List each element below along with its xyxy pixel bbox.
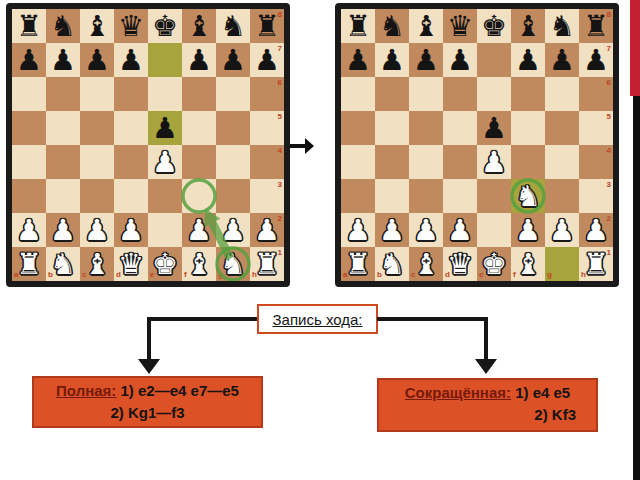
- square-c2[interactable]: ♟: [80, 213, 114, 247]
- move-notation-label: Запись хода:: [273, 311, 363, 328]
- short-notation-moves1: 1) e4 e5: [515, 384, 570, 401]
- square-h4[interactable]: 4: [250, 145, 284, 179]
- square-h1[interactable]: ♜1h: [250, 247, 284, 281]
- black-pawn: ♟: [345, 43, 371, 77]
- square-c8[interactable]: ♝: [80, 9, 114, 43]
- square-g8[interactable]: ♞: [545, 9, 579, 43]
- rank-label-4: 4: [607, 147, 611, 155]
- square-a7[interactable]: ♟: [341, 43, 375, 77]
- rank-label-8: 8: [607, 11, 611, 19]
- rank-label-5: 5: [278, 113, 282, 121]
- square-e4[interactable]: ♟: [148, 145, 182, 179]
- white-pawn: ♟: [345, 213, 371, 247]
- square-d8[interactable]: ♛: [443, 9, 477, 43]
- square-h7[interactable]: ♟7: [250, 43, 284, 77]
- square-f6[interactable]: [182, 77, 216, 111]
- white-bishop: ♝: [84, 247, 110, 281]
- square-g7[interactable]: ♟: [545, 43, 579, 77]
- file-label-e: e: [479, 271, 483, 279]
- square-h8[interactable]: ♜8: [250, 9, 284, 43]
- white-rook: ♜: [16, 247, 42, 281]
- square-b1[interactable]: ♞b: [375, 247, 409, 281]
- square-g3[interactable]: [216, 179, 250, 213]
- square-a3[interactable]: [341, 179, 375, 213]
- square-f8[interactable]: ♝: [511, 9, 545, 43]
- black-bishop: ♝: [515, 9, 541, 43]
- square-b4[interactable]: [375, 145, 409, 179]
- square-g5[interactable]: [216, 111, 250, 145]
- black-rook: ♜: [254, 9, 280, 43]
- black-bishop: ♝: [413, 9, 439, 43]
- file-label-b: b: [377, 271, 382, 279]
- square-e3[interactable]: [148, 179, 182, 213]
- square-a7[interactable]: ♟: [12, 43, 46, 77]
- square-d6[interactable]: [114, 77, 148, 111]
- white-king: ♚: [481, 247, 507, 281]
- square-d5[interactable]: [443, 111, 477, 145]
- black-knight: ♞: [50, 9, 76, 43]
- white-knight: ♞: [379, 247, 405, 281]
- square-c6[interactable]: [409, 77, 443, 111]
- file-label-b: b: [48, 271, 53, 279]
- short-notation-title: Сокращённая:: [405, 384, 511, 401]
- black-king: ♚: [152, 9, 178, 43]
- square-d1[interactable]: ♛d: [114, 247, 148, 281]
- rank-label-1: 1: [607, 249, 611, 257]
- square-h5[interactable]: 5: [250, 111, 284, 145]
- white-queen: ♛: [118, 247, 144, 281]
- square-d5[interactable]: [114, 111, 148, 145]
- square-d6[interactable]: [443, 77, 477, 111]
- square-b3[interactable]: [375, 179, 409, 213]
- square-h1[interactable]: ♜1h: [579, 247, 613, 281]
- black-pawn: ♟: [254, 43, 280, 77]
- file-label-c: c: [82, 271, 86, 279]
- white-pawn: ♟: [220, 213, 246, 247]
- black-knight: ♞: [379, 9, 405, 43]
- black-pawn: ♟: [583, 43, 609, 77]
- square-b5[interactable]: [375, 111, 409, 145]
- square-f7[interactable]: ♟: [511, 43, 545, 77]
- square-a4[interactable]: [12, 145, 46, 179]
- square-e5[interactable]: ♟: [477, 111, 511, 145]
- square-f3[interactable]: ♞: [511, 179, 545, 213]
- white-rook: ♜: [345, 247, 371, 281]
- square-a2[interactable]: ♟: [341, 213, 375, 247]
- square-d4[interactable]: [114, 145, 148, 179]
- square-g8[interactable]: ♞: [216, 9, 250, 43]
- square-f5[interactable]: [511, 111, 545, 145]
- square-g6[interactable]: [545, 77, 579, 111]
- white-pawn: ♟: [549, 213, 575, 247]
- square-a6[interactable]: [12, 77, 46, 111]
- rank-label-3: 3: [607, 181, 611, 189]
- square-e2[interactable]: [477, 213, 511, 247]
- white-rook: ♜: [254, 247, 280, 281]
- black-pawn: ♟: [16, 43, 42, 77]
- square-c3[interactable]: [409, 179, 443, 213]
- rank-label-6: 6: [607, 79, 611, 87]
- file-label-d: d: [445, 271, 450, 279]
- black-pawn: ♟: [186, 43, 212, 77]
- black-knight: ♞: [549, 9, 575, 43]
- square-c1[interactable]: ♝c: [409, 247, 443, 281]
- square-d7[interactable]: ♟: [114, 43, 148, 77]
- square-e3[interactable]: [477, 179, 511, 213]
- black-knight: ♞: [220, 9, 246, 43]
- square-b6[interactable]: [375, 77, 409, 111]
- black-bishop: ♝: [186, 9, 212, 43]
- square-c5[interactable]: [409, 111, 443, 145]
- square-h3[interactable]: 3: [579, 179, 613, 213]
- square-e6[interactable]: [477, 77, 511, 111]
- file-label-c: c: [411, 271, 415, 279]
- square-g5[interactable]: [545, 111, 579, 145]
- white-bishop: ♝: [186, 247, 212, 281]
- file-label-e: e: [150, 271, 154, 279]
- square-f1[interactable]: ♝f: [511, 247, 545, 281]
- black-pawn: ♟: [152, 111, 178, 145]
- square-d7[interactable]: ♟: [443, 43, 477, 77]
- white-pawn: ♟: [186, 213, 212, 247]
- black-pawn: ♟: [515, 43, 541, 77]
- rank-label-2: 2: [607, 215, 611, 223]
- rank-label-7: 7: [607, 45, 611, 53]
- black-pawn: ♟: [413, 43, 439, 77]
- square-c7[interactable]: ♟: [409, 43, 443, 77]
- short-notation-line1: Сокращённая: 1) e4 e5: [383, 382, 592, 404]
- red-edge-bar: [630, 0, 640, 96]
- connector-left-arrowhead-icon: [138, 359, 160, 374]
- white-bishop: ♝: [515, 247, 541, 281]
- square-a3[interactable]: [12, 179, 46, 213]
- file-label-f: f: [184, 271, 187, 279]
- square-b1[interactable]: ♞b: [46, 247, 80, 281]
- slide-chess-notation: ♜♞♝♛♚♝♞♜8♟♟♟♟♟♟♟76♟5♟43♟♟♟♟♟♟♟2♜a♞b♝c♛d♚…: [0, 0, 640, 480]
- short-notation-line2: 2) Kf3: [383, 404, 592, 426]
- rank-label-4: 4: [278, 147, 282, 155]
- square-g4[interactable]: [545, 145, 579, 179]
- square-f3[interactable]: [182, 179, 216, 213]
- square-c4[interactable]: [409, 145, 443, 179]
- square-b4[interactable]: [46, 145, 80, 179]
- file-label-a: a: [14, 271, 18, 279]
- square-b8[interactable]: ♞: [46, 9, 80, 43]
- square-f2[interactable]: ♟: [182, 213, 216, 247]
- full-notation-title: Полная:: [56, 382, 116, 399]
- full-notation-line1: Полная: 1) e2—e4 e7—e5: [38, 380, 257, 402]
- square-f6[interactable]: [511, 77, 545, 111]
- connector-right-horizontal: [377, 317, 487, 321]
- black-edge-bar: [633, 96, 640, 480]
- white-pawn: ♟: [16, 213, 42, 247]
- white-pawn: ♟: [481, 145, 507, 179]
- white-pawn: ♟: [413, 213, 439, 247]
- square-h3[interactable]: 3: [250, 179, 284, 213]
- black-pawn: ♟: [379, 43, 405, 77]
- file-label-h: h: [581, 271, 586, 279]
- square-b7[interactable]: ♟: [375, 43, 409, 77]
- black-queen: ♛: [447, 9, 473, 43]
- square-b5[interactable]: [46, 111, 80, 145]
- square-g3[interactable]: [545, 179, 579, 213]
- square-h2[interactable]: ♟2: [579, 213, 613, 247]
- square-g4[interactable]: [216, 145, 250, 179]
- square-c4[interactable]: [80, 145, 114, 179]
- square-f5[interactable]: [182, 111, 216, 145]
- full-notation-box: Полная: 1) e2—e4 e7—e5 2) Kg1—f3: [32, 376, 263, 428]
- black-queen: ♛: [118, 9, 144, 43]
- board-grid: ♜♞♝♛♚♝♞♜8♟♟♟♟♟♟♟76♟5♟43♟♟♟♟♟♟♟2♜a♞b♝c♛d♚…: [12, 9, 284, 281]
- rank-label-1: 1: [278, 249, 282, 257]
- square-e8[interactable]: ♚: [148, 9, 182, 43]
- rank-label-3: 3: [278, 181, 282, 189]
- black-rook: ♜: [345, 9, 371, 43]
- right-chessboard: ♜♞♝♛♚♝♞♜8♟♟♟♟♟♟♟76♟5♟4♞3♟♟♟♟♟♟♟2♜a♞b♝c♛d…: [335, 3, 619, 287]
- rank-label-2: 2: [278, 215, 282, 223]
- white-pawn: ♟: [583, 213, 609, 247]
- square-f7[interactable]: ♟: [182, 43, 216, 77]
- square-h4[interactable]: 4: [579, 145, 613, 179]
- square-a4[interactable]: [341, 145, 375, 179]
- square-d2[interactable]: ♟: [114, 213, 148, 247]
- short-notation-box: Сокращённая: 1) e4 e5 2) Kf3: [377, 378, 598, 432]
- file-label-d: d: [116, 271, 121, 279]
- square-c3[interactable]: [80, 179, 114, 213]
- square-a8[interactable]: ♜: [341, 9, 375, 43]
- square-d3[interactable]: [114, 179, 148, 213]
- square-c2[interactable]: ♟: [409, 213, 443, 247]
- board-grid: ♜♞♝♛♚♝♞♜8♟♟♟♟♟♟♟76♟5♟4♞3♟♟♟♟♟♟♟2♜a♞b♝c♛d…: [341, 9, 613, 281]
- square-c6[interactable]: [80, 77, 114, 111]
- black-king: ♚: [481, 9, 507, 43]
- file-label-a: a: [343, 271, 347, 279]
- square-d1[interactable]: ♛d: [443, 247, 477, 281]
- square-f1[interactable]: ♝f: [182, 247, 216, 281]
- connector-right-vertical: [484, 317, 488, 360]
- square-f4[interactable]: [182, 145, 216, 179]
- square-e4[interactable]: ♟: [477, 145, 511, 179]
- black-pawn: ♟: [50, 43, 76, 77]
- square-e7[interactable]: [148, 43, 182, 77]
- square-b3[interactable]: [46, 179, 80, 213]
- square-g6[interactable]: [216, 77, 250, 111]
- full-notation-moves1: 1) e2—e4 e7—e5: [121, 382, 239, 399]
- square-h2[interactable]: ♟2: [250, 213, 284, 247]
- white-queen: ♛: [447, 247, 473, 281]
- white-pawn: ♟: [84, 213, 110, 247]
- square-b7[interactable]: ♟: [46, 43, 80, 77]
- square-g2[interactable]: ♟: [545, 213, 579, 247]
- file-label-h: h: [252, 271, 257, 279]
- black-rook: ♜: [16, 9, 42, 43]
- square-h8[interactable]: ♜8: [579, 9, 613, 43]
- black-pawn: ♟: [118, 43, 144, 77]
- square-h6[interactable]: 6: [579, 77, 613, 111]
- white-knight: ♞: [220, 247, 246, 281]
- black-pawn: ♟: [549, 43, 575, 77]
- square-h5[interactable]: 5: [579, 111, 613, 145]
- white-pawn: ♟: [152, 145, 178, 179]
- square-e1[interactable]: ♚e: [477, 247, 511, 281]
- square-e2[interactable]: [148, 213, 182, 247]
- square-d4[interactable]: [443, 145, 477, 179]
- square-a1[interactable]: ♜a: [341, 247, 375, 281]
- connector-right-arrowhead-icon: [475, 359, 497, 374]
- square-h7[interactable]: ♟7: [579, 43, 613, 77]
- rank-label-5: 5: [607, 113, 611, 121]
- square-d2[interactable]: ♟: [443, 213, 477, 247]
- move-notation-label-box: Запись хода:: [257, 304, 378, 334]
- square-e7[interactable]: [477, 43, 511, 77]
- square-f2[interactable]: ♟: [511, 213, 545, 247]
- square-c7[interactable]: ♟: [80, 43, 114, 77]
- black-bishop: ♝: [84, 9, 110, 43]
- square-b2[interactable]: ♟: [46, 213, 80, 247]
- square-f4[interactable]: [511, 145, 545, 179]
- transition-arrow-icon: [289, 136, 315, 156]
- square-g1[interactable]: g: [545, 247, 579, 281]
- white-bishop: ♝: [413, 247, 439, 281]
- white-rook: ♜: [583, 247, 609, 281]
- white-pawn: ♟: [379, 213, 405, 247]
- full-notation-line2: 2) Kg1—f3: [38, 402, 257, 424]
- square-a2[interactable]: ♟: [12, 213, 46, 247]
- white-pawn: ♟: [118, 213, 144, 247]
- file-label-g: g: [218, 271, 223, 279]
- black-pawn: ♟: [481, 111, 507, 145]
- white-knight: ♞: [515, 179, 541, 213]
- square-g1[interactable]: ♞g: [216, 247, 250, 281]
- square-c1[interactable]: ♝c: [80, 247, 114, 281]
- square-g2[interactable]: ♟: [216, 213, 250, 247]
- white-pawn: ♟: [447, 213, 473, 247]
- black-pawn: ♟: [447, 43, 473, 77]
- square-h6[interactable]: 6: [250, 77, 284, 111]
- square-e1[interactable]: ♚e: [148, 247, 182, 281]
- rank-label-8: 8: [278, 11, 282, 19]
- black-rook: ♜: [583, 9, 609, 43]
- square-b8[interactable]: ♞: [375, 9, 409, 43]
- connector-left-horizontal: [147, 317, 257, 321]
- white-knight: ♞: [50, 247, 76, 281]
- square-b2[interactable]: ♟: [375, 213, 409, 247]
- square-c5[interactable]: [80, 111, 114, 145]
- connector-left-vertical: [147, 317, 151, 360]
- black-pawn: ♟: [220, 43, 246, 77]
- square-a8[interactable]: ♜: [12, 9, 46, 43]
- file-label-f: f: [513, 271, 516, 279]
- square-d8[interactable]: ♛: [114, 9, 148, 43]
- square-a5[interactable]: [341, 111, 375, 145]
- square-g7[interactable]: ♟: [216, 43, 250, 77]
- square-d3[interactable]: [443, 179, 477, 213]
- left-chessboard: ♜♞♝♛♚♝♞♜8♟♟♟♟♟♟♟76♟5♟43♟♟♟♟♟♟♟2♜a♞b♝c♛d♚…: [6, 3, 290, 287]
- square-f8[interactable]: ♝: [182, 9, 216, 43]
- square-e8[interactable]: ♚: [477, 9, 511, 43]
- white-pawn: ♟: [515, 213, 541, 247]
- square-a5[interactable]: [12, 111, 46, 145]
- square-c8[interactable]: ♝: [409, 9, 443, 43]
- white-pawn: ♟: [50, 213, 76, 247]
- square-a6[interactable]: [341, 77, 375, 111]
- rank-label-7: 7: [278, 45, 282, 53]
- square-e5[interactable]: ♟: [148, 111, 182, 145]
- rank-label-6: 6: [278, 79, 282, 87]
- white-pawn: ♟: [254, 213, 280, 247]
- file-label-g: g: [547, 271, 552, 279]
- square-e6[interactable]: [148, 77, 182, 111]
- white-king: ♚: [152, 247, 178, 281]
- square-b6[interactable]: [46, 77, 80, 111]
- square-a1[interactable]: ♜a: [12, 247, 46, 281]
- black-pawn: ♟: [84, 43, 110, 77]
